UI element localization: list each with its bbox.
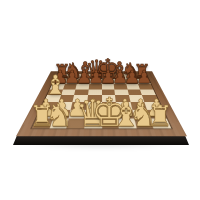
pieces-layer: ♜♞♝♛♚♝♞♜♟♟♟♟♟♟♟♟♝♟♟♟♟♟♟♟♟♜♞♛♚♝♞♜	[0, 0, 200, 200]
chess-set-photo: ♜♞♝♛♚♝♞♜♟♟♟♟♟♟♟♟♝♟♟♟♟♟♟♟♟♜♞♛♚♝♞♜	[0, 0, 200, 200]
piece-black-pawn-h7[interactable]: ♟	[133, 68, 155, 86]
piece-white-rook-h1[interactable]: ♜	[143, 102, 177, 131]
